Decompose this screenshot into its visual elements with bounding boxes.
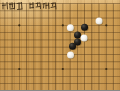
stone-white (67, 51, 74, 58)
hoshi-point (105, 24, 107, 26)
stone-black (74, 32, 81, 39)
hoshi-point (18, 68, 20, 70)
stone-white (67, 24, 74, 31)
go-board-photo (0, 0, 120, 90)
stones-layer (67, 18, 103, 60)
stone-black (81, 24, 88, 31)
handwritten-annotation (0, 0, 60, 14)
stone-white (96, 18, 103, 25)
hoshi-point (62, 68, 64, 70)
stone-black (69, 43, 76, 50)
hoshi-point (62, 24, 64, 26)
grid-lines (0, 4, 120, 91)
stone-white (81, 34, 88, 41)
hoshi-point (18, 24, 20, 26)
hoshi-point (105, 68, 107, 70)
